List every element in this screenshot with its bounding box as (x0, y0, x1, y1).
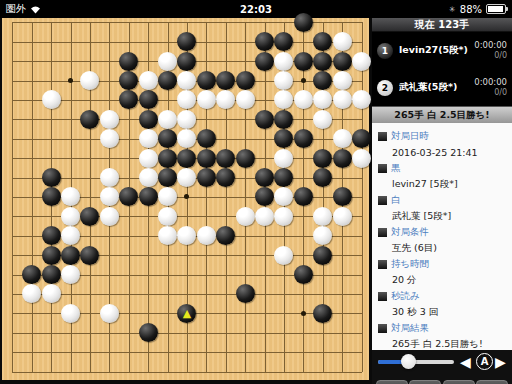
black-stone (197, 149, 216, 168)
white-stone (333, 207, 352, 226)
black-stone (313, 149, 332, 168)
bullet-square-icon (378, 164, 387, 173)
white-stone (333, 32, 352, 51)
info-label: 白 (378, 192, 506, 208)
star-point (301, 311, 306, 316)
player-row[interactable]: 1levin27(5段*)0:00:000/0 (372, 32, 512, 69)
black-stone (294, 13, 313, 32)
black-stone (139, 110, 158, 129)
black-stone (313, 71, 332, 90)
grid-line-v (362, 22, 363, 372)
white-stone (333, 90, 352, 109)
white-stone (158, 110, 177, 129)
status-bar: 圏外 22:03 ✳ 88% (0, 0, 512, 18)
white-stone (100, 207, 119, 226)
white-stone (333, 71, 352, 90)
star-point (68, 78, 73, 83)
grid-line-h (12, 352, 362, 353)
white-stone (177, 168, 196, 187)
white-stone (352, 90, 371, 109)
white-stone (80, 71, 99, 90)
white-stone (216, 90, 235, 109)
black-stone (333, 149, 352, 168)
bullet-square-icon (378, 196, 387, 205)
black-stone (177, 52, 196, 71)
black-stone (158, 168, 177, 187)
black-stone (255, 187, 274, 206)
black-stone (119, 90, 138, 109)
white-stone (274, 246, 293, 265)
white-stone (177, 90, 196, 109)
move-counter-header: 現在 123手 (372, 18, 512, 32)
black-stone (139, 187, 158, 206)
white-stone (352, 149, 371, 168)
black-stone (158, 129, 177, 148)
review-button[interactable]: 検討 (409, 380, 441, 384)
black-stone (139, 323, 158, 342)
side-panel: 現在 123手 1levin27(5段*)0:00:000/02武礼葉(5段*)… (372, 18, 512, 384)
white-stone (139, 168, 158, 187)
info-value: 30 秒 3 回 (378, 304, 506, 320)
black-stone (177, 149, 196, 168)
star-point (301, 78, 306, 83)
black-stone (294, 265, 313, 284)
player-name: levin27(5段*) (399, 44, 468, 57)
info-label: 対局日時 (378, 128, 506, 144)
white-stone (197, 90, 216, 109)
white-stone (313, 226, 332, 245)
black-stone (313, 32, 332, 51)
slider-knob[interactable] (401, 354, 416, 369)
black-stone (313, 304, 332, 323)
white-stone (274, 52, 293, 71)
white-stone (177, 226, 196, 245)
black-stone (139, 90, 158, 109)
white-stone (100, 168, 119, 187)
black-stone (61, 246, 80, 265)
player-stone-icon: 1 (377, 43, 393, 59)
white-stone (177, 129, 196, 148)
black-stone (255, 52, 274, 71)
player-clock: 0:00:000/0 (474, 77, 507, 99)
white-stone (274, 90, 293, 109)
black-stone (236, 149, 255, 168)
info-label: 対局条件 (378, 224, 506, 240)
white-stone (100, 110, 119, 129)
game-info-list: 対局日時2016-03-25 21:41黒levin27 [5段*]白武礼葉 [… (372, 123, 512, 350)
go-board[interactable]: ▲ (2, 18, 369, 380)
white-stone (100, 187, 119, 206)
white-stone (158, 187, 177, 206)
black-stone (42, 265, 61, 284)
black-stone (22, 265, 41, 284)
black-stone (216, 71, 235, 90)
black-stone (352, 129, 371, 148)
black-stone (255, 110, 274, 129)
info-value: 265手 白 2.5目勝ち! (378, 336, 506, 350)
info-value: levin27 [5段*] (378, 176, 506, 192)
bullet-square-icon (378, 228, 387, 237)
black-stone (158, 149, 177, 168)
battery-icon (486, 4, 506, 14)
player-list: 1levin27(5段*)0:00:000/02武礼葉(5段*)0:00:000… (372, 32, 512, 106)
white-stone (236, 90, 255, 109)
info-label: 対局結果 (378, 320, 506, 336)
white-stone (139, 71, 158, 90)
black-stone (42, 226, 61, 245)
white-stone (352, 52, 371, 71)
move-slider[interactable] (378, 360, 454, 364)
black-stone (216, 226, 235, 245)
star-point (184, 194, 189, 199)
white-stone (100, 304, 119, 323)
white-stone (42, 284, 61, 303)
grid-line-h (12, 372, 362, 373)
playback-controls: ◀ A ▶ 手順検討形勢退室 (372, 350, 512, 384)
black-stone (80, 246, 99, 265)
white-stone (139, 129, 158, 148)
board-area: ▲ (0, 18, 372, 384)
black-stone (197, 71, 216, 90)
black-stone (158, 71, 177, 90)
black-stone (274, 129, 293, 148)
black-stone (294, 187, 313, 206)
black-stone (42, 187, 61, 206)
white-stone (100, 129, 119, 148)
player-stone-icon: 2 (377, 80, 393, 96)
black-stone (119, 187, 138, 206)
white-stone (274, 207, 293, 226)
black-stone (274, 168, 293, 187)
white-stone (158, 207, 177, 226)
white-stone (236, 207, 255, 226)
player-row[interactable]: 2武礼葉(5段*)0:00:000/0 (372, 69, 512, 106)
black-stone (119, 71, 138, 90)
grid-line-h (12, 333, 362, 334)
result-banner: 265手 白 2.5目勝ち! (372, 106, 512, 124)
black-stone (177, 32, 196, 51)
black-stone (80, 110, 99, 129)
player-clock: 0:00:000/0 (474, 40, 507, 62)
black-stone (255, 32, 274, 51)
white-stone (22, 284, 41, 303)
white-stone (158, 52, 177, 71)
bullet-square-icon (378, 324, 387, 333)
info-label: 持ち時間 (378, 256, 506, 272)
black-stone (294, 52, 313, 71)
white-stone (274, 149, 293, 168)
moves-button[interactable]: 手順 (376, 380, 408, 384)
info-label: 秒読み (378, 288, 506, 304)
last-move-marker: ▲ (177, 304, 196, 323)
white-stone (61, 207, 80, 226)
black-stone (274, 110, 293, 129)
white-stone (255, 207, 274, 226)
black-stone: ▲ (177, 304, 196, 323)
black-stone (42, 246, 61, 265)
app-screen: 圏外 22:03 ✳ 88% ▲ 現在 123手 1levin27(5段*)0:… (0, 0, 512, 384)
black-stone (333, 52, 352, 71)
bullet-square-icon (378, 132, 387, 141)
white-stone (42, 90, 61, 109)
white-stone (313, 90, 332, 109)
clock-label: 22:03 (0, 4, 512, 15)
info-label: 黒 (378, 160, 506, 176)
white-stone (61, 187, 80, 206)
black-stone (119, 52, 138, 71)
white-stone (274, 187, 293, 206)
info-value: 2016-03-25 21:41 (378, 144, 506, 160)
white-stone (61, 226, 80, 245)
bullet-square-icon (378, 292, 387, 301)
score-estimate-button[interactable]: 形勢 (443, 380, 475, 384)
player-name: 武礼葉(5段*) (399, 81, 468, 94)
black-stone (274, 32, 293, 51)
black-stone (42, 168, 61, 187)
step-forward-button[interactable]: ▶ (495, 352, 506, 372)
autoplay-button[interactable]: A (476, 353, 493, 370)
black-stone (216, 168, 235, 187)
black-stone (197, 168, 216, 187)
white-stone (177, 71, 196, 90)
black-stone (197, 129, 216, 148)
black-stone (236, 71, 255, 90)
black-stone (80, 207, 99, 226)
white-stone (197, 226, 216, 245)
white-stone (313, 110, 332, 129)
white-stone (61, 265, 80, 284)
white-stone (61, 304, 80, 323)
bullet-square-icon (378, 260, 387, 269)
black-stone (313, 168, 332, 187)
black-stone (313, 246, 332, 265)
action-button-row: 手順検討形勢退室 (376, 380, 508, 384)
white-stone (333, 129, 352, 148)
grid-line-h (12, 294, 362, 295)
black-stone (333, 187, 352, 206)
info-value: 互先 (6目) (378, 240, 506, 256)
step-back-button[interactable]: ◀ (460, 352, 471, 372)
white-stone (313, 207, 332, 226)
white-stone (158, 226, 177, 245)
white-stone (139, 149, 158, 168)
leave-room-button[interactable]: 退室 (476, 380, 508, 384)
black-stone (216, 149, 235, 168)
white-stone (177, 110, 196, 129)
white-stone (294, 90, 313, 109)
info-value: 武礼葉 [5段*] (378, 208, 506, 224)
white-stone (274, 71, 293, 90)
black-stone (294, 129, 313, 148)
black-stone (255, 168, 274, 187)
black-stone (236, 284, 255, 303)
info-value: 20 分 (378, 272, 506, 288)
black-stone (313, 52, 332, 71)
